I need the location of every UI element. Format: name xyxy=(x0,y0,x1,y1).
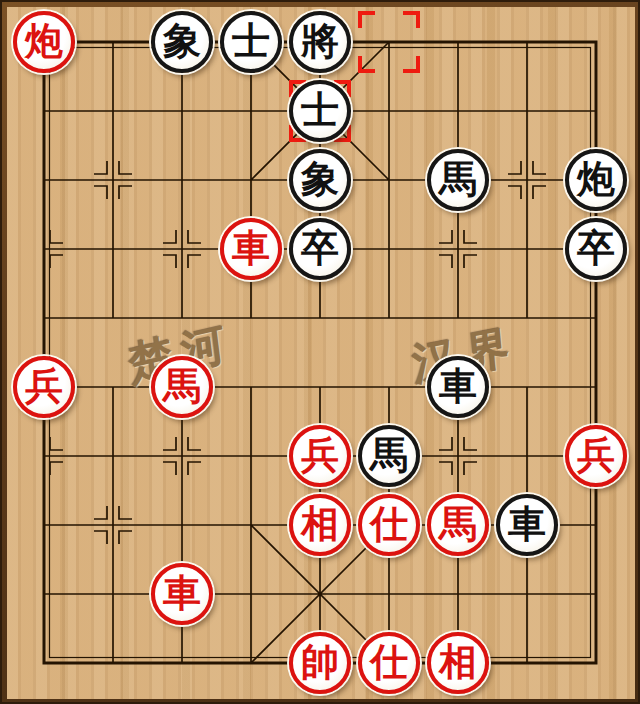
piece-black-elephant[interactable]: 象 xyxy=(289,149,351,211)
piece-glyph: 象 xyxy=(301,160,339,198)
piece-red-soldier[interactable]: 兵 xyxy=(289,425,351,487)
piece-glyph: 士 xyxy=(232,22,270,60)
piece-black-horse[interactable]: 馬 xyxy=(427,149,489,211)
piece-glyph: 相 xyxy=(439,643,477,681)
piece-red-soldier[interactable]: 兵 xyxy=(565,425,627,487)
piece-glyph: 馬 xyxy=(163,367,201,405)
piece-red-horse[interactable]: 馬 xyxy=(427,494,489,556)
piece-red-chariot[interactable]: 車 xyxy=(151,563,213,625)
piece-red-advisor[interactable]: 仕 xyxy=(358,632,420,694)
piece-red-soldier[interactable]: 兵 xyxy=(13,356,75,418)
last-move-from-marker xyxy=(358,11,420,73)
piece-red-general[interactable]: 帥 xyxy=(289,632,351,694)
marker-corner-icon xyxy=(403,56,420,73)
piece-black-soldier[interactable]: 卒 xyxy=(289,218,351,280)
piece-glyph: 兵 xyxy=(25,367,63,405)
piece-glyph: 相 xyxy=(301,505,339,543)
piece-black-horse[interactable]: 馬 xyxy=(358,425,420,487)
piece-glyph: 馬 xyxy=(439,160,477,198)
piece-glyph: 仕 xyxy=(370,505,408,543)
piece-black-chariot[interactable]: 車 xyxy=(496,494,558,556)
piece-glyph: 車 xyxy=(232,229,270,267)
piece-glyph: 車 xyxy=(508,505,546,543)
piece-red-elephant[interactable]: 相 xyxy=(289,494,351,556)
piece-black-soldier[interactable]: 卒 xyxy=(565,218,627,280)
piece-red-chariot[interactable]: 車 xyxy=(220,218,282,280)
xiangqi-board: 楚河 汉界 炮象士將士象馬炮車卒卒兵馬車兵馬兵相仕馬車車帥仕相 xyxy=(0,0,640,704)
piece-layer: 炮象士將士象馬炮車卒卒兵馬車兵馬兵相仕馬車車帥仕相 xyxy=(10,8,631,698)
piece-black-advisor[interactable]: 士 xyxy=(289,80,351,142)
piece-black-chariot[interactable]: 車 xyxy=(427,356,489,418)
piece-glyph: 卒 xyxy=(301,229,339,267)
piece-red-elephant[interactable]: 相 xyxy=(427,632,489,694)
piece-glyph: 兵 xyxy=(577,436,615,474)
piece-red-horse[interactable]: 馬 xyxy=(151,356,213,418)
piece-glyph: 仕 xyxy=(370,643,408,681)
piece-glyph: 車 xyxy=(163,574,201,612)
piece-glyph: 將 xyxy=(301,22,339,60)
piece-black-elephant[interactable]: 象 xyxy=(151,11,213,73)
piece-glyph: 炮 xyxy=(25,22,63,60)
piece-black-cannon[interactable]: 炮 xyxy=(565,149,627,211)
piece-glyph: 馬 xyxy=(439,505,477,543)
piece-red-cannon[interactable]: 炮 xyxy=(13,11,75,73)
piece-black-advisor[interactable]: 士 xyxy=(220,11,282,73)
piece-glyph: 士 xyxy=(301,91,339,129)
marker-corner-icon xyxy=(403,11,420,28)
piece-glyph: 帥 xyxy=(301,643,339,681)
piece-glyph: 兵 xyxy=(301,436,339,474)
piece-black-general[interactable]: 將 xyxy=(289,11,351,73)
piece-glyph: 車 xyxy=(439,367,477,405)
piece-glyph: 炮 xyxy=(577,160,615,198)
piece-glyph: 卒 xyxy=(577,229,615,267)
marker-corner-icon xyxy=(358,56,375,73)
marker-corner-icon xyxy=(358,11,375,28)
piece-glyph: 馬 xyxy=(370,436,408,474)
piece-glyph: 象 xyxy=(163,22,201,60)
piece-red-advisor[interactable]: 仕 xyxy=(358,494,420,556)
